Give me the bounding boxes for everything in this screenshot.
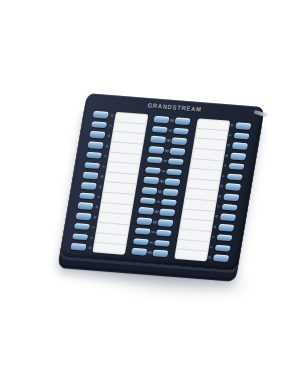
blf-key[interactable]	[158, 219, 174, 226]
label-row	[92, 243, 126, 255]
blf-key[interactable]	[84, 162, 100, 169]
blf-key[interactable]	[213, 255, 229, 262]
blf-key[interactable]	[218, 224, 234, 231]
blf-key[interactable]	[88, 141, 104, 148]
blf-key[interactable]	[76, 213, 92, 220]
blf-key[interactable]	[163, 189, 179, 196]
blf-key[interactable]	[72, 233, 88, 240]
blf-key[interactable]	[156, 229, 172, 236]
blf-key[interactable]	[173, 128, 189, 135]
blf-key[interactable]	[222, 204, 238, 211]
blf-key[interactable]	[228, 163, 244, 170]
blf-key[interactable]	[86, 152, 102, 159]
blf-key[interactable]	[168, 158, 184, 165]
blf-key[interactable]	[93, 111, 109, 118]
blf-key[interactable]	[136, 217, 152, 224]
blf-key[interactable]	[232, 143, 248, 150]
blf-key[interactable]	[223, 193, 239, 200]
blf-key[interactable]	[151, 126, 167, 133]
blf-key[interactable]	[216, 234, 232, 241]
blf-key[interactable]	[146, 156, 162, 163]
blf-key[interactable]	[165, 179, 181, 186]
blf-key[interactable]	[230, 153, 246, 160]
blf-key[interactable]	[131, 248, 147, 255]
blf-key[interactable]	[225, 183, 241, 190]
blf-key[interactable]	[77, 203, 93, 210]
blf-key[interactable]	[138, 207, 154, 214]
label-row	[174, 250, 208, 262]
blf-key[interactable]	[154, 240, 170, 247]
blf-key[interactable]	[160, 209, 176, 216]
blf-key[interactable]	[74, 223, 90, 230]
blf-key[interactable]	[234, 132, 250, 139]
blf-key[interactable]	[141, 187, 157, 194]
key-panel	[70, 110, 252, 263]
blf-key[interactable]	[153, 250, 169, 257]
blf-key[interactable]	[79, 192, 95, 199]
expansion-module-body: GRANDSTREAM	[59, 93, 264, 271]
blf-key[interactable]	[227, 173, 243, 180]
blf-key[interactable]	[81, 182, 97, 189]
blf-key[interactable]	[170, 148, 186, 155]
blf-key[interactable]	[166, 168, 182, 175]
blf-key[interactable]	[143, 177, 159, 184]
blf-key[interactable]	[150, 136, 166, 143]
blf-key[interactable]	[82, 172, 98, 179]
blf-key[interactable]	[153, 116, 169, 123]
product-photo: GRANDSTREAM	[0, 0, 300, 375]
blf-key[interactable]	[172, 138, 188, 145]
blf-key[interactable]	[235, 122, 251, 129]
blf-key[interactable]	[215, 244, 231, 251]
blf-key[interactable]	[70, 243, 86, 250]
blf-key[interactable]	[161, 199, 177, 206]
blf-key[interactable]	[145, 167, 161, 174]
blf-key[interactable]	[220, 214, 236, 221]
blf-key[interactable]	[134, 228, 150, 235]
blf-key[interactable]	[148, 146, 164, 153]
blf-key[interactable]	[175, 117, 191, 124]
blf-key[interactable]	[89, 131, 105, 138]
blf-key[interactable]	[133, 238, 149, 245]
blf-key[interactable]	[91, 121, 107, 128]
blf-key[interactable]	[139, 197, 155, 204]
